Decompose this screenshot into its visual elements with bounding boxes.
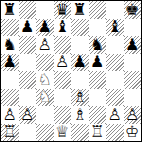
piece-black-rook: ♜	[71, 1, 89, 19]
square-g3[interactable]	[106, 89, 124, 107]
piece-white-pawn: ♙	[1, 106, 19, 124]
square-g1[interactable]	[106, 124, 124, 142]
square-d3[interactable]	[54, 89, 72, 107]
square-d7[interactable]: ♝	[54, 19, 72, 37]
square-e4[interactable]	[71, 71, 89, 89]
piece-black-knight: ♞	[1, 36, 19, 54]
square-b8[interactable]	[19, 1, 37, 19]
square-g2[interactable]: ♟♙	[106, 106, 124, 124]
square-b5[interactable]	[19, 54, 37, 72]
piece-white-pawn: ♙	[54, 54, 72, 72]
square-c1[interactable]	[36, 124, 54, 142]
square-a1[interactable]: ♜♖	[1, 124, 19, 142]
square-e6[interactable]	[71, 36, 89, 54]
square-c4[interactable]: ♞♘	[36, 71, 54, 89]
square-e7[interactable]	[71, 19, 89, 37]
piece-white-king: ♔	[124, 124, 142, 142]
piece-black-pawn: ♟	[71, 54, 89, 72]
piece-white-pawn: ♙	[19, 106, 37, 124]
piece-white-pawn: ♙	[124, 106, 142, 124]
square-d1[interactable]: ♛♕	[54, 124, 72, 142]
square-f1[interactable]: ♜♖	[89, 124, 107, 142]
piece-white-pawn: ♙	[106, 106, 124, 124]
square-f3[interactable]	[89, 89, 107, 107]
piece-white-pawn: ♙	[36, 36, 54, 54]
piece-white-queen: ♕	[54, 124, 72, 142]
square-f5[interactable]: ♟	[89, 54, 107, 72]
square-c2[interactable]	[36, 106, 54, 124]
square-h5[interactable]	[124, 54, 142, 72]
square-e3[interactable]: ♝♗	[71, 89, 89, 107]
square-a7[interactable]	[1, 19, 19, 37]
piece-black-pawn: ♟	[124, 36, 142, 54]
piece-white-rook: ♖	[89, 124, 107, 142]
square-a2[interactable]: ♟♙	[1, 106, 19, 124]
piece-black-pawn: ♟	[89, 54, 107, 72]
square-a4[interactable]	[1, 71, 19, 89]
square-d2[interactable]	[54, 106, 72, 124]
square-b7[interactable]: ♟	[19, 19, 37, 37]
square-c5[interactable]	[36, 54, 54, 72]
square-d6[interactable]	[54, 36, 72, 54]
square-c3[interactable]: ♞♘	[36, 89, 54, 107]
square-h8[interactable]: ♚	[124, 1, 142, 19]
piece-black-rook: ♜	[1, 1, 19, 19]
square-h4[interactable]	[124, 71, 142, 89]
square-e1[interactable]	[71, 124, 89, 142]
square-f6[interactable]: ♞	[89, 36, 107, 54]
square-c7[interactable]: ♟	[36, 19, 54, 37]
square-b6[interactable]	[19, 36, 37, 54]
square-a6[interactable]: ♞	[1, 36, 19, 54]
square-b2[interactable]: ♟♙	[19, 106, 37, 124]
piece-black-bishop: ♝	[106, 19, 124, 37]
square-g6[interactable]	[106, 36, 124, 54]
square-e8[interactable]: ♜	[71, 1, 89, 19]
square-h6[interactable]: ♟	[124, 36, 142, 54]
square-b1[interactable]	[19, 124, 37, 142]
square-h3[interactable]	[124, 89, 142, 107]
square-f4[interactable]	[89, 71, 107, 89]
square-b3[interactable]	[19, 89, 37, 107]
square-d5[interactable]: ♟♙	[54, 54, 72, 72]
square-h1[interactable]: ♚♔	[124, 124, 142, 142]
piece-black-pawn: ♟	[36, 19, 54, 37]
square-f7[interactable]	[89, 19, 107, 37]
square-f2[interactable]	[89, 106, 107, 124]
square-g5[interactable]	[106, 54, 124, 72]
square-f8[interactable]	[89, 1, 107, 19]
piece-black-pawn: ♟	[19, 19, 37, 37]
piece-black-king: ♚	[124, 1, 142, 19]
piece-black-knight: ♞	[89, 36, 107, 54]
square-e2[interactable]: ♝♗	[71, 106, 89, 124]
square-a3[interactable]	[1, 89, 19, 107]
square-d8[interactable]: ♛	[54, 1, 72, 19]
square-d4[interactable]	[54, 71, 72, 89]
piece-white-bishop: ♗	[71, 106, 89, 124]
piece-black-queen: ♛	[54, 1, 72, 19]
square-g4[interactable]	[106, 71, 124, 89]
piece-black-pawn: ♟	[1, 54, 19, 72]
square-b4[interactable]	[19, 71, 37, 89]
square-g7[interactable]: ♝	[106, 19, 124, 37]
square-c6[interactable]: ♟♙	[36, 36, 54, 54]
piece-white-knight: ♘	[36, 71, 54, 89]
square-a5[interactable]: ♟	[1, 54, 19, 72]
square-a8[interactable]: ♜	[1, 1, 19, 19]
piece-white-knight: ♘	[36, 89, 54, 107]
square-e5[interactable]: ♟	[71, 54, 89, 72]
piece-white-rook: ♖	[1, 124, 19, 142]
square-c8[interactable]	[36, 1, 54, 19]
square-h2[interactable]: ♟♙	[124, 106, 142, 124]
chess-board: ♜♛♜♚♟♟♝♝♞♟♙♞♟♟♟♙♟♟♞♘♞♘♝♗♟♙♟♙♝♗♟♙♟♙♜♖♛♕♜♖…	[0, 0, 142, 142]
piece-white-bishop: ♗	[71, 89, 89, 107]
square-h7[interactable]	[124, 19, 142, 37]
square-g8[interactable]	[106, 1, 124, 19]
piece-black-bishop: ♝	[54, 19, 72, 37]
